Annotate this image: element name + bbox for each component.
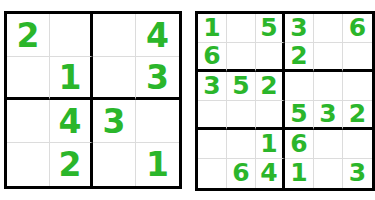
empty-cell-r5c6[interactable]	[343, 130, 372, 159]
empty-cell-r3c4[interactable]	[285, 72, 314, 101]
sudoku-board-4x4: 24134321	[4, 11, 182, 189]
given-digit-cell-r1c4[interactable]: 4	[136, 14, 179, 57]
empty-cell-r2c2[interactable]	[227, 43, 256, 72]
empty-cell-r6c1[interactable]	[198, 159, 227, 188]
empty-cell-r5c1[interactable]	[198, 130, 227, 159]
given-digit-cell-r1c4[interactable]: 3	[285, 14, 314, 43]
given-digit-cell-r2c4[interactable]: 2	[285, 43, 314, 72]
given-digit-cell-r2c1[interactable]: 6	[198, 43, 227, 72]
given-digit-cell-r4c2[interactable]: 2	[50, 143, 93, 186]
sudoku-board-6x6: 153662352532166413	[195, 11, 375, 191]
given-digit-cell-r2c2[interactable]: 1	[50, 57, 93, 100]
empty-cell-r2c1[interactable]	[7, 57, 50, 100]
given-digit-cell-r5c4[interactable]: 6	[285, 130, 314, 159]
given-digit-cell-r6c3[interactable]: 4	[256, 159, 285, 188]
empty-cell-r3c4[interactable]	[136, 100, 179, 143]
given-digit-cell-r1c1[interactable]: 2	[7, 14, 50, 57]
given-digit-cell-r2c4[interactable]: 3	[136, 57, 179, 100]
empty-cell-r3c1[interactable]	[7, 100, 50, 143]
empty-cell-r4c1[interactable]	[198, 101, 227, 130]
empty-cell-r1c2[interactable]	[227, 14, 256, 43]
given-digit-cell-r1c3[interactable]: 5	[256, 14, 285, 43]
given-digit-cell-r4c4[interactable]: 1	[136, 143, 179, 186]
empty-cell-r1c2[interactable]	[50, 14, 93, 57]
empty-cell-r4c3[interactable]	[93, 143, 136, 186]
empty-cell-r4c3[interactable]	[256, 101, 285, 130]
given-digit-cell-r6c6[interactable]: 3	[343, 159, 372, 188]
empty-cell-r3c6[interactable]	[343, 72, 372, 101]
given-digit-cell-r4c5[interactable]: 3	[314, 101, 343, 130]
empty-cell-r6c5[interactable]	[314, 159, 343, 188]
empty-cell-r1c5[interactable]	[314, 14, 343, 43]
given-digit-cell-r5c3[interactable]: 1	[256, 130, 285, 159]
empty-cell-r1c3[interactable]	[93, 14, 136, 57]
given-digit-cell-r4c4[interactable]: 5	[285, 101, 314, 130]
given-digit-cell-r3c1[interactable]: 3	[198, 72, 227, 101]
sudoku-page: 24134321 153662352532166413	[0, 0, 375, 200]
given-digit-cell-r6c4[interactable]: 1	[285, 159, 314, 188]
given-digit-cell-r3c2[interactable]: 5	[227, 72, 256, 101]
empty-cell-r3c5[interactable]	[314, 72, 343, 101]
empty-cell-r2c3[interactable]	[93, 57, 136, 100]
empty-cell-r2c3[interactable]	[256, 43, 285, 72]
given-digit-cell-r3c2[interactable]: 4	[50, 100, 93, 143]
empty-cell-r2c6[interactable]	[343, 43, 372, 72]
given-digit-cell-r6c2[interactable]: 6	[227, 159, 256, 188]
given-digit-cell-r4c6[interactable]: 2	[343, 101, 372, 130]
given-digit-cell-r1c6[interactable]: 6	[343, 14, 372, 43]
empty-cell-r4c2[interactable]	[227, 101, 256, 130]
given-digit-cell-r3c3[interactable]: 2	[256, 72, 285, 101]
empty-cell-r2c5[interactable]	[314, 43, 343, 72]
empty-cell-r5c5[interactable]	[314, 130, 343, 159]
given-digit-cell-r3c3[interactable]: 3	[93, 100, 136, 143]
empty-cell-r5c2[interactable]	[227, 130, 256, 159]
given-digit-cell-r1c1[interactable]: 1	[198, 14, 227, 43]
empty-cell-r4c1[interactable]	[7, 143, 50, 186]
